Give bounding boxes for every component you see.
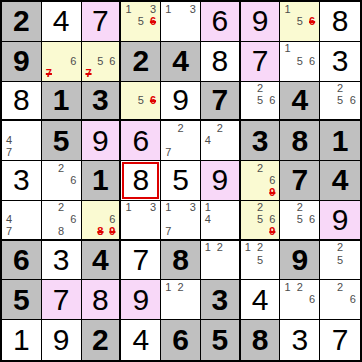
cell-r7c9[interactable]: 25 <box>320 241 360 281</box>
cell-r7c2[interactable]: 3 <box>42 241 82 281</box>
pencil-mark: 6 <box>67 214 79 226</box>
pencil-mark: 5 <box>254 94 266 106</box>
pencil-mark: 5 <box>334 94 347 106</box>
pencil-mark-crossed: 9 <box>266 226 278 238</box>
pencil-mark: 3 <box>147 202 159 214</box>
solved-digit: 1 <box>13 325 30 355</box>
pencil-mark: 4 <box>3 135 15 147</box>
pencil-mark: 6 <box>266 214 278 226</box>
pencil-mark: 6 <box>67 174 79 186</box>
cell-r8c6[interactable]: 3 <box>201 280 241 320</box>
cell-r3c6[interactable]: 7 <box>201 82 241 122</box>
cell-r5c5[interactable]: 5 <box>161 161 201 201</box>
cell-r4c5[interactable]: 27 <box>161 121 201 161</box>
cell-r7c4[interactable]: 7 <box>121 241 161 281</box>
given-digit: 4 <box>332 165 349 195</box>
cell-r2c5[interactable]: 4 <box>161 42 201 82</box>
pencil-mark: 2 <box>294 202 306 214</box>
pencil-mark: 2 <box>254 162 266 174</box>
pencil-mark: 5 <box>135 15 147 27</box>
solved-digit: 3 <box>291 325 308 355</box>
given-digit: 6 <box>13 245 30 275</box>
pencil-mark: 2 <box>254 202 266 214</box>
cell-r4c3[interactable]: 9 <box>82 121 122 161</box>
pencil-mark-crossed: 6 <box>147 15 159 27</box>
cell-r8c3[interactable]: 8 <box>82 280 122 320</box>
pencil-marks-grid: 269 <box>242 162 279 199</box>
given-digit: 1 <box>332 126 349 156</box>
cell-r1c1[interactable]: 2 <box>2 2 42 42</box>
cell-r1c2[interactable]: 4 <box>42 2 82 42</box>
pencil-marks-grid: 26 <box>321 281 359 318</box>
given-digit: 2 <box>13 6 30 36</box>
given-digit: 5 <box>13 285 30 315</box>
pencil-marks-grid: 1356 <box>122 3 159 40</box>
cell-r3c1[interactable]: 8 <box>2 82 42 122</box>
pencil-mark: 5 <box>334 254 347 266</box>
pencil-marks-grid: 47 <box>3 122 40 159</box>
cell-r8c1[interactable]: 5 <box>2 280 42 320</box>
pencil-marks-grid: 689 <box>83 202 119 238</box>
solved-digit: 5 <box>172 165 189 195</box>
cell-r9c9[interactable]: 7 <box>320 320 360 360</box>
pencil-marks-grid: 25 <box>321 242 359 279</box>
cell-r1c4[interactable]: 1356 <box>121 2 161 42</box>
pencil-mark: 3 <box>147 3 159 15</box>
pencil-marks-grid: 256 <box>321 83 359 119</box>
pencil-mark: 6 <box>106 214 118 226</box>
pencil-marks-grid: 47 <box>3 202 40 238</box>
pencil-mark: 2 <box>55 202 67 214</box>
cell-r7c8[interactable]: 9 <box>280 241 320 281</box>
pencil-marks-grid: 256 <box>242 83 279 119</box>
cell-r2c6[interactable]: 8 <box>201 42 241 82</box>
cell-r9c3[interactable]: 2 <box>82 320 122 360</box>
cell-r7c3[interactable]: 4 <box>82 241 122 281</box>
given-digit: 4 <box>92 245 109 275</box>
cell-r3c3[interactable]: 3 <box>82 82 122 122</box>
solved-digit: 7 <box>132 245 149 275</box>
solved-digit: 9 <box>92 126 109 156</box>
cell-r8c9[interactable]: 26 <box>320 280 360 320</box>
pencil-mark: 2 <box>214 242 226 254</box>
pencil-mark: 6 <box>306 55 318 67</box>
cell-r6c5[interactable]: 137 <box>161 201 201 241</box>
pencil-mark: 1 <box>162 3 174 15</box>
pencil-mark: 4 <box>202 214 214 226</box>
pencil-mark: 5 <box>135 94 147 106</box>
given-digit: 3 <box>92 85 109 115</box>
cell-r2c8[interactable]: 156 <box>280 42 320 82</box>
pencil-mark: 1 <box>281 3 293 15</box>
given-digit: 7 <box>291 165 308 195</box>
pencil-marks-grid: 156 <box>281 3 318 40</box>
pencil-mark: 6 <box>67 55 79 67</box>
cell-r9c1[interactable]: 1 <box>2 320 42 360</box>
pencil-marks-grid: 24 <box>202 122 238 159</box>
cell-r8c2[interactable]: 7 <box>42 280 82 320</box>
cell-r2c2[interactable]: 67 <box>42 42 82 82</box>
pencil-marks-grid: 13 <box>122 202 159 238</box>
solved-digit: 6 <box>132 126 149 156</box>
solved-digit: 4 <box>132 325 149 355</box>
cell-r9c4[interactable]: 4 <box>121 320 161 360</box>
solved-digit: 4 <box>53 6 70 36</box>
cell-r9c8[interactable]: 3 <box>280 320 320 360</box>
solved-digit: 9 <box>211 165 228 195</box>
pencil-mark: 2 <box>174 281 186 293</box>
cell-r5c6[interactable]: 9 <box>201 161 241 201</box>
pencil-mark: 6 <box>346 294 359 306</box>
pencil-mark: 5 <box>294 15 306 27</box>
pencil-mark: 5 <box>94 55 106 67</box>
given-digit: 4 <box>291 85 308 115</box>
pencil-mark: 3 <box>187 3 199 15</box>
pencil-mark: 6 <box>106 55 118 67</box>
pencil-marks-grid: 2569 <box>242 202 279 238</box>
solved-digit: 9 <box>172 85 189 115</box>
given-digit: 9 <box>291 245 308 275</box>
cell-r7c6[interactable]: 12 <box>201 241 241 281</box>
cell-r7c7[interactable]: 125 <box>241 241 281 281</box>
given-digit: 8 <box>291 126 308 156</box>
solved-digit: 8 <box>132 165 149 195</box>
solved-digit: 8 <box>92 285 109 315</box>
cell-r1c8[interactable]: 156 <box>280 2 320 42</box>
cell-r9c5[interactable]: 6 <box>161 320 201 360</box>
pencil-marks-grid: 268 <box>43 202 80 238</box>
cell-r5c7[interactable]: 269 <box>241 161 281 201</box>
cell-r1c3[interactable]: 7 <box>82 2 122 42</box>
given-digit: 5 <box>53 126 70 156</box>
cell-r3c4[interactable]: 56 <box>121 82 161 122</box>
cell-r3c7[interactable]: 256 <box>241 82 281 122</box>
pencil-mark-crossed: 8 <box>94 226 106 238</box>
cell-r4c7[interactable]: 3 <box>241 121 281 161</box>
pencil-marks-grid: 156 <box>281 43 318 80</box>
pencil-marks-grid: 567 <box>83 43 119 80</box>
cell-r3c5[interactable]: 9 <box>161 82 201 122</box>
cell-r4c1[interactable]: 47 <box>2 121 42 161</box>
given-digit: 1 <box>92 165 109 195</box>
cell-r5c3[interactable]: 1 <box>82 161 122 201</box>
pencil-mark-crossed: 7 <box>43 67 55 79</box>
cell-r5c1[interactable]: 3 <box>2 161 42 201</box>
solved-digit: 8 <box>13 85 30 115</box>
pencil-mark: 1 <box>122 3 134 15</box>
given-digit: 2 <box>92 325 109 355</box>
pencil-mark: 7 <box>3 147 15 159</box>
solved-digit: 3 <box>332 46 349 76</box>
pencil-marks-grid: 26 <box>43 162 80 199</box>
cell-r6c9[interactable]: 9 <box>320 201 360 241</box>
solved-digit: 8 <box>211 46 228 76</box>
cell-r4c8[interactable]: 8 <box>280 121 320 161</box>
pencil-mark: 2 <box>334 242 347 254</box>
cell-r2c9[interactable]: 3 <box>320 42 360 82</box>
pencil-mark: 6 <box>346 94 359 106</box>
solved-digit: 7 <box>252 46 269 76</box>
pencil-mark: 1 <box>281 43 293 55</box>
given-digit: 1 <box>53 85 70 115</box>
cell-r5c4[interactable]: 8 <box>121 161 161 201</box>
cell-r6c8[interactable]: 256 <box>280 201 320 241</box>
cell-r8c8[interactable]: 126 <box>280 280 320 320</box>
pencil-marks-grid: 56 <box>122 83 159 119</box>
solved-digit: 7 <box>92 6 109 36</box>
cell-r5c8[interactable]: 7 <box>280 161 320 201</box>
cell-r9c7[interactable]: 8 <box>241 320 281 360</box>
pencil-mark-crossed: 9 <box>106 226 118 238</box>
pencil-mark: 5 <box>254 254 266 266</box>
solved-digit: 7 <box>53 285 70 315</box>
cell-r6c4[interactable]: 13 <box>121 201 161 241</box>
cell-r6c2[interactable]: 268 <box>42 201 82 241</box>
pencil-marks-grid: 125 <box>242 242 279 279</box>
solved-digit: 9 <box>132 285 149 315</box>
pencil-mark: 5 <box>294 55 306 67</box>
cell-r4c2[interactable]: 5 <box>42 121 82 161</box>
cell-r3c8[interactable]: 4 <box>280 82 320 122</box>
sudoku-board: 2471356136915689675672487156381356972564… <box>0 0 362 362</box>
cell-r9c2[interactable]: 9 <box>42 320 82 360</box>
cell-r6c6[interactable]: 14 <box>201 201 241 241</box>
cell-r6c7[interactable]: 2569 <box>241 201 281 241</box>
pencil-mark: 2 <box>334 83 347 95</box>
pencil-mark-crossed: 6 <box>147 94 159 106</box>
given-digit: 2 <box>132 46 149 76</box>
given-digit: 8 <box>252 325 269 355</box>
pencil-mark: 6 <box>306 214 318 226</box>
cell-r4c6[interactable]: 24 <box>201 121 241 161</box>
pencil-mark: 2 <box>214 122 226 134</box>
pencil-marks-grid: 14 <box>202 202 238 238</box>
cell-r3c9[interactable]: 256 <box>320 82 360 122</box>
cell-r9c6[interactable]: 5 <box>201 320 241 360</box>
pencil-marks-grid: 256 <box>281 202 318 238</box>
pencil-mark: 7 <box>162 226 174 238</box>
cell-r2c1[interactable]: 9 <box>2 42 42 82</box>
cell-r8c5[interactable]: 12 <box>161 280 201 320</box>
cell-r5c2[interactable]: 26 <box>42 161 82 201</box>
solved-digit: 3 <box>53 245 70 275</box>
pencil-mark: 2 <box>174 122 186 134</box>
pencil-mark: 1 <box>202 242 214 254</box>
cell-r4c9[interactable]: 1 <box>320 121 360 161</box>
pencil-mark: 5 <box>254 214 266 226</box>
pencil-mark-crossed: 7 <box>83 67 95 79</box>
solved-digit: 9 <box>252 6 269 36</box>
given-digit: 5 <box>211 325 228 355</box>
pencil-mark: 1 <box>242 242 254 254</box>
cell-r2c3[interactable]: 567 <box>82 42 122 82</box>
pencil-mark: 6 <box>306 294 318 306</box>
solved-digit: 7 <box>332 325 349 355</box>
pencil-mark: 2 <box>55 162 67 174</box>
pencil-mark: 4 <box>3 214 15 226</box>
cell-r2c4[interactable]: 2 <box>121 42 161 82</box>
given-digit: 6 <box>172 325 189 355</box>
cell-r6c3[interactable]: 689 <box>82 201 122 241</box>
cell-r2c7[interactable]: 7 <box>241 42 281 82</box>
cell-r1c7[interactable]: 9 <box>241 2 281 42</box>
pencil-mark-crossed: 9 <box>266 187 278 199</box>
pencil-mark: 2 <box>334 281 347 293</box>
pencil-marks-grid: 12 <box>202 242 238 279</box>
given-digit: 8 <box>172 245 189 275</box>
cell-r5c9[interactable]: 4 <box>320 161 360 201</box>
cell-r7c5[interactable]: 8 <box>161 241 201 281</box>
pencil-mark: 1 <box>162 202 174 214</box>
pencil-mark: 2 <box>254 83 266 95</box>
pencil-marks-grid: 12 <box>162 281 199 318</box>
pencil-mark: 5 <box>294 214 306 226</box>
cell-r3c2[interactable]: 1 <box>42 82 82 122</box>
pencil-marks-grid: 67 <box>43 43 80 80</box>
solved-digit: 9 <box>332 205 349 235</box>
solved-digit: 4 <box>252 285 269 315</box>
pencil-marks-grid: 13 <box>162 3 199 40</box>
solved-digit: 8 <box>332 6 349 36</box>
pencil-mark: 2 <box>294 281 306 293</box>
pencil-mark: 7 <box>162 147 174 159</box>
pencil-mark: 8 <box>55 226 67 238</box>
cell-r8c4[interactable]: 9 <box>121 280 161 320</box>
pencil-mark: 6 <box>266 94 278 106</box>
pencil-mark: 1 <box>202 202 214 214</box>
cell-r1c9[interactable]: 8 <box>320 2 360 42</box>
pencil-mark: 1 <box>281 281 293 293</box>
pencil-mark: 1 <box>122 202 134 214</box>
solved-digit: 3 <box>13 165 30 195</box>
pencil-mark: 3 <box>187 202 199 214</box>
pencil-mark: 1 <box>162 281 174 293</box>
pencil-marks-grid: 137 <box>162 202 199 238</box>
solved-digit: 9 <box>53 325 70 355</box>
given-digit: 3 <box>211 285 228 315</box>
pencil-marks-grid: 126 <box>281 281 318 318</box>
given-digit: 3 <box>252 126 269 156</box>
solved-digit: 6 <box>211 6 228 36</box>
pencil-mark: 6 <box>266 174 278 186</box>
given-digit: 7 <box>211 85 228 115</box>
pencil-mark: 4 <box>202 135 214 147</box>
pencil-marks-grid: 27 <box>162 122 199 159</box>
given-digit: 9 <box>13 46 30 76</box>
cell-r7c1[interactable]: 6 <box>2 241 42 281</box>
pencil-mark-crossed: 6 <box>306 15 318 27</box>
cell-r8c7[interactable]: 4 <box>241 280 281 320</box>
pencil-mark: 7 <box>3 226 15 238</box>
cell-r1c5[interactable]: 13 <box>161 2 201 42</box>
cell-r1c6[interactable]: 6 <box>201 2 241 42</box>
pencil-mark: 2 <box>254 242 266 254</box>
cell-r4c4[interactable]: 6 <box>121 121 161 161</box>
cell-r6c1[interactable]: 47 <box>2 201 42 241</box>
given-digit: 4 <box>172 46 189 76</box>
